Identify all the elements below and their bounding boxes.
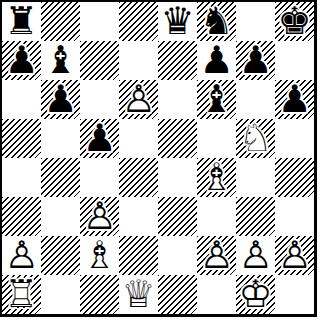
square-d4[interactable] — [119, 158, 158, 197]
square-e2[interactable] — [158, 236, 197, 275]
white-rook-fill-glyph: ♜ — [2, 274, 41, 314]
square-f1[interactable] — [197, 275, 236, 314]
square-f4[interactable]: ♝♗ — [197, 158, 236, 197]
square-e4[interactable] — [158, 158, 197, 197]
square-b1[interactable] — [41, 275, 80, 314]
black-knight-glyph: ♞ — [197, 1, 236, 41]
square-h8[interactable]: ♚♚ — [275, 2, 314, 41]
square-e8[interactable]: ♛♛ — [158, 2, 197, 41]
piece-black-queen-e8: ♛♛ — [158, 2, 197, 41]
white-queen-fill-glyph: ♛ — [119, 274, 158, 314]
square-g7[interactable]: ♟♟ — [236, 41, 275, 80]
piece-white-rook-a1: ♜♖ — [2, 275, 41, 314]
square-b8[interactable] — [41, 2, 80, 41]
square-d3[interactable] — [119, 197, 158, 236]
square-g8[interactable] — [236, 2, 275, 41]
square-h4[interactable] — [275, 158, 314, 197]
black-pawn-fill-glyph: ♟ — [236, 40, 275, 80]
white-pawn-glyph: ♙ — [80, 196, 119, 236]
square-d1[interactable]: ♛♕ — [119, 275, 158, 314]
square-c1[interactable] — [80, 275, 119, 314]
black-pawn-glyph: ♟ — [80, 118, 119, 158]
white-pawn-glyph: ♙ — [275, 235, 314, 275]
square-g5[interactable]: ♞♘ — [236, 119, 275, 158]
piece-black-rook-a8: ♜♜ — [2, 2, 41, 41]
square-c5[interactable]: ♟♟ — [80, 119, 119, 158]
square-g4[interactable] — [236, 158, 275, 197]
square-d8[interactable] — [119, 2, 158, 41]
white-pawn-glyph: ♙ — [197, 235, 236, 275]
black-bishop-glyph: ♝ — [41, 40, 80, 80]
black-rook-glyph: ♜ — [2, 1, 41, 41]
white-bishop-glyph: ♗ — [197, 157, 236, 197]
square-e7[interactable] — [158, 41, 197, 80]
square-h6[interactable]: ♟♟ — [275, 80, 314, 119]
piece-black-pawn-h6: ♟♟ — [275, 80, 314, 119]
piece-white-pawn-f2: ♟♙ — [197, 236, 236, 275]
square-a6[interactable] — [2, 80, 41, 119]
black-pawn-fill-glyph: ♟ — [275, 79, 314, 119]
piece-black-pawn-c5: ♟♟ — [80, 119, 119, 158]
white-queen-glyph: ♕ — [119, 274, 158, 314]
square-c6[interactable] — [80, 80, 119, 119]
white-pawn-glyph: ♙ — [236, 235, 275, 275]
square-h2[interactable]: ♟♙ — [275, 236, 314, 275]
piece-white-knight-g5: ♞♘ — [236, 119, 275, 158]
square-a1[interactable]: ♜♖ — [2, 275, 41, 314]
black-pawn-fill-glyph: ♟ — [2, 40, 41, 80]
square-d5[interactable] — [119, 119, 158, 158]
square-a4[interactable] — [2, 158, 41, 197]
black-knight-fill-glyph: ♞ — [197, 1, 236, 41]
black-bishop-fill-glyph: ♝ — [197, 79, 236, 119]
white-bishop-fill-glyph: ♝ — [197, 157, 236, 197]
square-c3[interactable]: ♟♙ — [80, 197, 119, 236]
piece-white-pawn-h2: ♟♙ — [275, 236, 314, 275]
piece-white-pawn-g2: ♟♙ — [236, 236, 275, 275]
square-e5[interactable] — [158, 119, 197, 158]
black-pawn-fill-glyph: ♟ — [197, 40, 236, 80]
square-b4[interactable] — [41, 158, 80, 197]
white-rook-glyph: ♖ — [2, 274, 41, 314]
black-pawn-glyph: ♟ — [41, 79, 80, 119]
square-f2[interactable]: ♟♙ — [197, 236, 236, 275]
white-pawn-fill-glyph: ♟ — [119, 79, 158, 119]
white-knight-fill-glyph: ♞ — [236, 118, 275, 158]
piece-black-king-h8: ♚♚ — [275, 2, 314, 41]
white-pawn-fill-glyph: ♟ — [236, 235, 275, 275]
square-h7[interactable] — [275, 41, 314, 80]
piece-black-pawn-f7: ♟♟ — [197, 41, 236, 80]
black-bishop-fill-glyph: ♝ — [41, 40, 80, 80]
square-f7[interactable]: ♟♟ — [197, 41, 236, 80]
black-pawn-glyph: ♟ — [197, 40, 236, 80]
square-a7[interactable]: ♟♟ — [2, 41, 41, 80]
black-king-fill-glyph: ♚ — [275, 1, 314, 41]
piece-black-pawn-a7: ♟♟ — [2, 41, 41, 80]
piece-black-pawn-g7: ♟♟ — [236, 41, 275, 80]
square-e6[interactable] — [158, 80, 197, 119]
white-pawn-fill-glyph: ♟ — [197, 235, 236, 275]
square-c7[interactable] — [80, 41, 119, 80]
square-d6[interactable]: ♟♙ — [119, 80, 158, 119]
white-pawn-fill-glyph: ♟ — [2, 235, 41, 275]
black-pawn-glyph: ♟ — [236, 40, 275, 80]
square-f3[interactable] — [197, 197, 236, 236]
black-queen-glyph: ♛ — [158, 1, 197, 41]
square-g2[interactable]: ♟♙ — [236, 236, 275, 275]
square-h1[interactable] — [275, 275, 314, 314]
piece-white-pawn-a2: ♟♙ — [2, 236, 41, 275]
black-rook-fill-glyph: ♜ — [2, 1, 41, 41]
square-g1[interactable]: ♚♔ — [236, 275, 275, 314]
white-pawn-fill-glyph: ♟ — [275, 235, 314, 275]
square-b6[interactable]: ♟♟ — [41, 80, 80, 119]
white-pawn-fill-glyph: ♟ — [80, 196, 119, 236]
square-a3[interactable] — [2, 197, 41, 236]
piece-white-bishop-f4: ♝♗ — [197, 158, 236, 197]
square-f5[interactable] — [197, 119, 236, 158]
black-bishop-glyph: ♝ — [197, 79, 236, 119]
black-king-glyph: ♚ — [275, 1, 314, 41]
piece-black-bishop-b7: ♝♝ — [41, 41, 80, 80]
square-a8[interactable]: ♜♜ — [2, 2, 41, 41]
white-knight-glyph: ♘ — [236, 118, 275, 158]
square-b3[interactable] — [41, 197, 80, 236]
white-pawn-glyph: ♙ — [119, 79, 158, 119]
square-d7[interactable] — [119, 41, 158, 80]
square-d2[interactable] — [119, 236, 158, 275]
piece-white-pawn-c3: ♟♙ — [80, 197, 119, 236]
square-f8[interactable]: ♞♞ — [197, 2, 236, 41]
piece-white-bishop-c2: ♝♗ — [80, 236, 119, 275]
chessboard[interactable]: ♜♜♛♛♞♞♚♚♟♟♝♝♟♟♟♟♟♟♟♙♝♝♟♟♟♟♞♘♝♗♟♙♟♙♝♗♟♙♟♙… — [0, 0, 317, 317]
square-g3[interactable] — [236, 197, 275, 236]
square-e3[interactable] — [158, 197, 197, 236]
black-pawn-fill-glyph: ♟ — [41, 79, 80, 119]
square-c2[interactable]: ♝♗ — [80, 236, 119, 275]
square-b2[interactable] — [41, 236, 80, 275]
piece-white-queen-d1: ♛♕ — [119, 275, 158, 314]
square-e1[interactable] — [158, 275, 197, 314]
square-h3[interactable] — [275, 197, 314, 236]
square-a2[interactable]: ♟♙ — [2, 236, 41, 275]
square-h5[interactable] — [275, 119, 314, 158]
square-a5[interactable] — [2, 119, 41, 158]
white-bishop-glyph: ♗ — [80, 235, 119, 275]
white-bishop-fill-glyph: ♝ — [80, 235, 119, 275]
piece-black-bishop-f6: ♝♝ — [197, 80, 236, 119]
square-f6[interactable]: ♝♝ — [197, 80, 236, 119]
piece-black-knight-f8: ♞♞ — [197, 2, 236, 41]
square-b5[interactable] — [41, 119, 80, 158]
white-pawn-glyph: ♙ — [2, 235, 41, 275]
black-queen-fill-glyph: ♛ — [158, 1, 197, 41]
black-pawn-glyph: ♟ — [275, 79, 314, 119]
piece-black-pawn-b6: ♟♟ — [41, 80, 80, 119]
black-pawn-glyph: ♟ — [2, 40, 41, 80]
square-g6[interactable] — [236, 80, 275, 119]
white-king-glyph: ♔ — [236, 274, 275, 314]
piece-white-king-g1: ♚♔ — [236, 275, 275, 314]
square-b7[interactable]: ♝♝ — [41, 41, 80, 80]
square-c4[interactable] — [80, 158, 119, 197]
black-pawn-fill-glyph: ♟ — [80, 118, 119, 158]
square-c8[interactable] — [80, 2, 119, 41]
white-king-fill-glyph: ♚ — [236, 274, 275, 314]
piece-white-pawn-d6: ♟♙ — [119, 80, 158, 119]
